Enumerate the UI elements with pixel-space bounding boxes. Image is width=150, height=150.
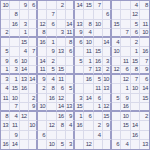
cell-r10c5[interactable]: 2 [38,84,47,93]
given-digit: 16 [58,113,64,119]
cell-r1c8[interactable] [66,1,75,10]
cell-r3c16[interactable]: 11 [140,20,149,29]
cell-r15c13[interactable] [112,131,121,140]
cell-r13c1[interactable]: 8 [1,112,10,121]
cell-r3c9[interactable]: 13 [75,20,84,29]
cell-r7c16[interactable]: 7 [140,57,149,66]
cell-r16c1[interactable]: 16 [1,140,10,149]
cell-r1c16[interactable]: 8 [140,1,149,10]
given-digit: 12 [113,66,119,72]
cell-r4c5[interactable]: 8 [38,29,47,38]
cell-r4c3[interactable]: 1 [20,29,29,38]
cell-r4c8[interactable]: 11 [66,29,75,38]
cell-r12c14[interactable]: 16 [121,103,130,112]
cell-r14c4[interactable]: 10 [29,121,38,130]
cell-r11c10[interactable]: 14 [84,94,93,103]
cell-r15c8[interactable] [66,131,75,140]
cell-r8c15[interactable]: 8 [131,66,140,75]
cell-r10c6[interactable]: 8 [47,84,56,93]
cell-r11c2[interactable]: 10 [10,94,19,103]
given-digit: 13 [21,76,27,82]
cell-r10c3[interactable]: 16 [20,84,29,93]
cell-r3c10[interactable]: 8 [84,20,93,29]
cell-r9c1[interactable]: 3 [1,75,10,84]
given-digit: 10 [21,58,27,64]
cell-r14c2[interactable]: 11 [10,121,19,130]
cell-r11c13[interactable]: 5 [112,94,121,103]
given-digit: 1 [98,103,101,109]
cell-r11c14[interactable]: 9 [121,94,130,103]
cell-r5c10[interactable]: 10 [84,38,93,47]
cell-r10c14[interactable]: 1 [121,84,130,93]
given-digit: 10 [29,122,35,128]
cell-r4c16[interactable]: 10 [140,29,149,38]
cell-r3c1[interactable] [1,20,10,29]
cell-r9c16[interactable]: 6 [140,75,149,84]
given-digit: 8 [135,66,138,72]
cell-r15c10[interactable] [84,131,93,140]
cell-r7c10[interactable]: 1 [84,57,93,66]
cell-r3c14[interactable] [121,20,130,29]
cell-r7c5[interactable]: 14 [38,57,47,66]
cell-r5c9[interactable]: 6 [75,38,84,47]
cell-r10c1[interactable]: 4 [1,84,10,93]
cell-r8c12[interactable]: 2 [103,66,112,75]
cell-r10c8[interactable]: 5 [66,84,75,93]
cell-r14c6[interactable]: 12 [47,121,56,130]
cell-r11c6[interactable]: 16 [47,94,56,103]
cell-r6c15[interactable]: 1 [131,47,140,56]
cell-r9c2[interactable]: 1 [10,75,19,84]
cell-r11c3[interactable] [20,94,29,103]
given-digit: 13 [142,141,148,147]
cell-r6c14[interactable] [121,47,130,56]
cell-r2c11[interactable] [94,10,103,19]
cell-r6c10[interactable]: 11 [84,47,93,56]
cell-r8c13[interactable]: 12 [112,66,121,75]
cell-r9c7[interactable]: 11 [57,75,66,84]
cell-r7c3[interactable]: 10 [20,57,29,66]
cell-r13c16[interactable]: 2 [140,112,149,121]
cell-r12c5[interactable]: 10 [38,103,47,112]
cell-r11c1[interactable]: 11 [1,94,10,103]
cell-r13c15[interactable] [131,112,140,121]
given-digit: 16 [86,76,92,82]
cell-r10c12[interactable]: 13 [103,84,112,93]
given-digit: 9 [69,113,72,119]
cell-r15c9[interactable] [75,131,84,140]
cell-r4c10[interactable]: 4 [84,29,93,38]
cell-r4c7[interactable]: 3 [57,29,66,38]
cell-r11c12[interactable] [103,94,112,103]
cell-r1c12[interactable] [103,1,112,10]
cell-r6c2[interactable] [10,47,19,56]
given-digit: 3 [61,29,64,35]
cell-r8c7[interactable]: 15 [57,66,66,75]
cell-r14c15[interactable]: 14 [131,121,140,130]
given-digit: 16 [12,21,18,27]
cell-r15c14[interactable] [121,131,130,140]
cell-r14c14[interactable]: 15 [121,121,130,130]
cell-r14c10[interactable] [84,121,93,130]
given-digit: 1 [15,76,18,82]
cell-r9c4[interactable]: 14 [29,75,38,84]
cell-r14c5[interactable] [38,121,47,130]
cell-r2c7[interactable] [57,10,66,19]
cell-r5c4[interactable] [29,38,38,47]
cell-r5c16[interactable] [140,38,149,47]
cell-r7c14[interactable]: 11 [121,57,130,66]
cell-r12c15[interactable] [131,103,140,112]
cell-r6c13[interactable]: 10 [112,47,121,56]
cell-r2c9[interactable] [75,10,84,19]
cell-r10c2[interactable]: 15 [10,84,19,93]
given-digit: 7 [52,11,55,17]
cell-r13c8[interactable]: 9 [66,112,75,121]
cell-r12c7[interactable]: 14 [57,103,66,112]
cell-r11c4[interactable]: 2 [29,94,38,103]
cell-r7c4[interactable] [29,57,38,66]
cell-r7c13[interactable] [112,57,121,66]
cell-r4c15[interactable]: 6 [131,29,140,38]
cell-r3c6[interactable]: 6 [47,20,56,29]
given-digit: 16 [95,58,101,64]
cell-r5c11[interactable] [94,38,103,47]
cell-r8c1[interactable]: 1 [1,66,10,75]
cell-r7c15[interactable]: 15 [131,57,140,66]
cell-r8c11[interactable]: 13 [94,66,103,75]
cell-r2c6[interactable]: 7 [47,10,56,19]
cell-r3c2[interactable]: 16 [10,20,19,29]
cell-r9c10[interactable]: 16 [84,75,93,84]
cell-r9c9[interactable] [75,75,84,84]
cell-r1c9[interactable]: 14 [75,1,84,10]
cell-r4c9[interactable]: 9 [75,29,84,38]
cell-r2c2[interactable]: 8 [10,10,19,19]
given-digit: 11 [95,85,100,91]
cell-r2c12[interactable]: 6 [103,10,112,19]
cell-r10c15[interactable]: 10 [131,84,140,93]
cell-r2c16[interactable] [140,10,149,19]
cell-r13c7[interactable]: 16 [57,112,66,121]
cell-r5c1[interactable] [1,38,10,47]
cell-r9c5[interactable]: 9 [38,75,47,84]
cell-r11c7[interactable]: 12 [57,94,66,103]
cell-r15c12[interactable] [103,131,112,140]
cell-r16c16[interactable]: 13 [140,140,149,149]
cell-r13c9[interactable]: 1 [75,112,84,121]
cell-r15c16[interactable] [140,131,149,140]
given-digit: 11 [12,122,17,128]
given-digit: 9 [79,29,82,35]
cell-r7c7[interactable] [57,57,66,66]
given-digit: 9 [42,76,45,82]
cell-r4c4[interactable] [29,29,38,38]
cell-r7c8[interactable] [66,57,75,66]
cell-r10c9[interactable] [75,84,84,93]
cell-r15c5[interactable]: 6 [38,131,47,140]
cell-r9c13[interactable] [112,75,121,84]
cell-r13c4[interactable] [29,112,38,121]
cell-r8c3[interactable]: 14 [20,66,29,75]
cell-r13c2[interactable]: 4 [10,112,19,121]
cell-r15c15[interactable]: 16 [131,131,140,140]
cell-r12c13[interactable] [112,103,121,112]
cell-r16c4[interactable] [29,140,38,149]
cell-r4c2[interactable] [10,29,19,38]
given-digit: 6 [61,85,64,91]
cell-r12c2[interactable]: 7 [10,103,19,112]
cell-r6c4[interactable]: 7 [29,47,38,56]
given-digit: 12 [132,11,138,17]
cell-r12c1[interactable] [1,103,10,112]
cell-r10c13[interactable] [112,84,121,93]
cell-r15c6[interactable] [47,131,56,140]
cell-r13c10[interactable]: 6 [84,112,93,121]
cell-r12c4[interactable]: 9 [29,103,38,112]
cell-r13c3[interactable]: 12 [20,112,29,121]
given-digit: 14 [39,58,45,64]
given-digit: 2 [106,66,109,72]
cell-r14c3[interactable] [20,121,29,130]
cell-r4c6[interactable] [47,29,56,38]
cell-r1c6[interactable] [47,1,56,10]
cell-r1c10[interactable]: 15 [84,1,93,10]
cell-r7c6[interactable]: 2 [47,57,56,66]
cell-r6c12[interactable] [103,47,112,56]
cell-r1c5[interactable] [38,1,47,10]
cell-r6c8[interactable]: 6 [66,47,75,56]
cell-r3c7[interactable] [57,20,66,29]
given-digit: 5 [69,85,72,91]
cell-r4c14[interactable]: 7 [121,29,130,38]
cell-r14c7[interactable]: 8 [57,121,66,130]
cell-r1c11[interactable]: 7 [94,1,103,10]
cell-r16c11[interactable] [94,140,103,149]
cell-r2c13[interactable] [112,10,121,19]
cell-r13c12[interactable]: 15 [103,112,112,121]
cell-r2c5[interactable] [38,10,47,19]
cell-r14c13[interactable] [112,121,121,130]
cell-r8c14[interactable]: 6 [121,66,130,75]
cell-r5c12[interactable]: 14 [103,38,112,47]
cell-r6c6[interactable]: 9 [47,47,56,56]
cell-r14c8[interactable]: 4 [66,121,75,130]
cell-r1c2[interactable] [10,1,19,10]
cell-r8c5[interactable]: 11 [38,66,47,75]
cell-r6c7[interactable]: 13 [57,47,66,56]
cell-r13c13[interactable] [112,112,121,121]
cell-r15c1[interactable] [1,131,10,140]
cell-r15c4[interactable] [29,131,38,140]
cell-r15c2[interactable]: 9 [10,131,19,140]
cell-r8c6[interactable]: 5 [47,66,56,75]
cell-r7c2[interactable]: 6 [10,57,19,66]
cell-r1c4[interactable]: 6 [29,1,38,10]
cell-r13c14[interactable]: 10 [121,112,130,121]
cell-r4c1[interactable]: 2 [1,29,10,38]
cell-r16c15[interactable] [131,140,140,149]
cell-r3c5[interactable]: 12 [38,20,47,29]
cell-r11c16[interactable]: 15 [140,94,149,103]
cell-r2c1[interactable] [1,10,10,19]
cell-r12c9[interactable]: 15 [75,103,84,112]
cell-r14c12[interactable]: 9 [103,121,112,130]
cell-r5c5[interactable]: 16 [38,38,47,47]
cell-r5c13[interactable]: 4 [112,38,121,47]
cell-r11c9[interactable]: 3 [75,94,84,103]
cell-r16c9[interactable] [75,140,84,149]
cell-r16c2[interactable]: 14 [10,140,19,149]
cell-r8c9[interactable] [75,66,84,75]
cell-r9c11[interactable]: 5 [94,75,103,84]
given-digit: 8 [145,2,148,8]
cell-r9c3[interactable]: 13 [20,75,29,84]
cell-r4c12[interactable] [103,29,112,38]
cell-r14c16[interactable] [140,121,149,130]
cell-r10c7[interactable]: 6 [57,84,66,93]
cell-r12c10[interactable] [84,103,93,112]
cell-r12c12[interactable]: 12 [103,103,112,112]
cell-r8c16[interactable]: 9 [140,66,149,75]
cell-r3c13[interactable]: 15 [112,20,121,29]
cell-r16c14[interactable]: 4 [121,140,130,149]
cell-r15c11[interactable]: 4 [94,131,103,140]
cell-r11c5[interactable] [38,94,47,103]
cell-r5c6[interactable]: 1 [47,38,56,47]
cell-r5c14[interactable] [121,38,130,47]
cell-r2c3[interactable] [20,10,29,19]
cell-r16c13[interactable]: 6 [112,140,121,149]
cell-r7c9[interactable]: 5 [75,57,84,66]
cell-r10c4[interactable] [29,84,38,93]
cell-r9c15[interactable]: 7 [131,75,140,84]
given-digit: 15 [123,122,129,128]
cell-r3c15[interactable]: 5 [131,20,140,29]
cell-r13c11[interactable] [94,112,103,121]
given-digit: 11 [58,76,63,82]
cell-r12c8[interactable]: 13 [66,103,75,112]
cell-r6c16[interactable]: 16 [140,47,149,56]
cell-r1c1[interactable]: 10 [1,1,10,10]
cell-r1c14[interactable] [121,1,130,10]
cell-r4c11[interactable] [94,29,103,38]
cell-r12c16[interactable] [140,103,149,112]
cell-r3c12[interactable] [103,20,112,29]
given-digit: 10 [2,2,8,8]
cell-r7c11[interactable]: 16 [94,57,103,66]
cell-r5c3[interactable]: 15 [20,38,29,47]
cell-r2c10[interactable] [84,10,93,19]
given-digit: 7 [32,48,35,54]
cell-r2c15[interactable]: 12 [131,10,140,19]
given-digit: 13 [103,85,109,91]
cell-r16c12[interactable] [103,140,112,149]
cell-r7c12[interactable]: 3 [103,57,112,66]
cell-r11c11[interactable]: 6 [94,94,103,103]
cell-r12c3[interactable] [20,103,29,112]
cell-r3c11[interactable]: 10 [94,20,103,29]
cell-r12c6[interactable] [47,103,56,112]
cell-r1c15[interactable]: 4 [131,1,140,10]
cell-r14c11[interactable]: 2 [94,121,103,130]
cell-r11c15[interactable] [131,94,140,103]
cell-r2c4[interactable] [29,10,38,19]
cell-r10c11[interactable]: 11 [94,84,103,93]
cell-r5c8[interactable]: 8 [66,38,75,47]
cell-r8c8[interactable] [66,66,75,75]
cell-r2c8[interactable] [66,10,75,19]
cell-r7c1[interactable]: 9 [1,57,10,66]
given-digit: 13 [95,66,101,72]
given-digit: 6 [79,39,82,45]
cell-r3c4[interactable] [29,20,38,29]
cell-r10c10[interactable] [84,84,93,93]
cell-r14c1[interactable]: 13 [1,121,10,130]
cell-r1c7[interactable]: 2 [57,1,66,10]
cell-r6c9[interactable] [75,47,84,56]
cell-r8c2[interactable]: 3 [10,66,19,75]
cell-r16c10[interactable]: 12 [84,140,93,149]
cell-r6c5[interactable] [38,47,47,56]
cell-r3c3[interactable]: 3 [20,20,29,29]
given-digit: 3 [15,66,18,72]
cell-r14c9[interactable]: 16 [75,121,84,130]
given-digit: 14 [86,95,92,101]
cell-r5c2[interactable] [10,38,19,47]
cell-r13c6[interactable] [47,112,56,121]
cell-r16c6[interactable]: 10 [47,140,56,149]
cell-r6c11[interactable]: 15 [94,47,103,56]
cell-r13c5[interactable] [38,112,47,121]
cell-r16c3[interactable] [20,140,29,149]
cell-r4c13[interactable] [112,29,121,38]
cell-r5c15[interactable]: 2 [131,38,140,47]
cell-r11c8[interactable] [66,94,75,103]
given-digit: 8 [69,39,72,45]
cell-r6c1[interactable]: 5 [1,47,10,56]
given-digit: 5 [135,21,138,27]
given-digit: 15 [86,2,92,8]
cell-r10c16[interactable]: 14 [140,84,149,93]
cell-r16c5[interactable] [38,140,47,149]
given-digit: 3 [79,95,82,101]
cell-r6c3[interactable]: 4 [20,47,29,56]
given-digit: 1 [89,58,92,64]
given-digit: 16 [21,85,27,91]
cell-r1c13[interactable] [112,1,121,10]
cell-r16c7[interactable]: 5 [57,140,66,149]
cell-r15c7[interactable] [57,131,66,140]
cell-r2c14[interactable] [121,10,130,19]
cell-r9c14[interactable]: 12 [121,75,130,84]
cell-r3c8[interactable]: 14 [66,20,75,29]
cell-r9c8[interactable] [66,75,75,84]
cell-r8c4[interactable] [29,66,38,75]
given-digit: 13 [58,48,64,54]
cell-r8c10[interactable]: 7 [84,66,93,75]
cell-r9c6[interactable]: 4 [47,75,56,84]
cell-r15c3[interactable] [20,131,29,140]
cell-r5c7[interactable] [57,38,66,47]
cell-r9c12[interactable]: 10 [103,75,112,84]
given-digit: 16 [76,122,82,128]
cell-r12c11[interactable]: 1 [94,103,103,112]
cell-r16c8[interactable]: 3 [66,140,75,149]
cell-r1c3[interactable]: 9 [20,1,29,10]
given-digit: 14 [29,76,35,82]
given-digit: 4 [126,141,129,147]
